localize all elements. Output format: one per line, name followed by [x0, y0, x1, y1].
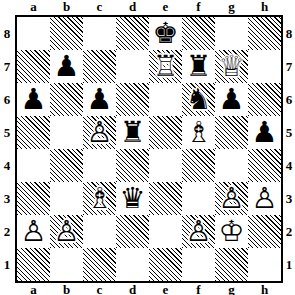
square-e7[interactable]: ♖ — [149, 50, 182, 83]
square-g8[interactable] — [215, 17, 248, 50]
square-a8[interactable] — [17, 17, 50, 50]
piece-black-pawn: ♟ — [21, 83, 47, 116]
square-e8[interactable]: ♚ — [149, 17, 182, 50]
rank-label-7-left: 7 — [0, 50, 14, 83]
square-b5[interactable] — [50, 116, 83, 149]
chess-board: ♚♟♖♜♕♟♟♞♟♙♜♗♟♗♛♙♙♙♙♙♔ — [15, 15, 283, 283]
rank-label-8-right: 8 — [282, 17, 295, 50]
file-label-a-top: a — [17, 0, 50, 14]
square-g1[interactable] — [215, 248, 248, 281]
square-c7[interactable] — [83, 50, 116, 83]
piece-black-queen: ♛ — [120, 182, 146, 215]
file-labels-bottom: abcdefgh — [17, 283, 281, 295]
rank-label-2-left: 2 — [0, 215, 14, 248]
square-c1[interactable] — [83, 248, 116, 281]
piece-white-pawn: ♙ — [219, 182, 245, 215]
square-d7[interactable] — [116, 50, 149, 83]
square-d6[interactable] — [116, 83, 149, 116]
rank-label-4-right: 4 — [282, 149, 295, 182]
piece-black-pawn: ♟ — [252, 116, 278, 149]
file-label-d-bottom: d — [116, 283, 149, 295]
rank-label-7-right: 7 — [282, 50, 295, 83]
piece-white-bishop: ♗ — [87, 182, 113, 215]
piece-black-knight: ♞ — [186, 83, 212, 116]
square-b1[interactable] — [50, 248, 83, 281]
square-f8[interactable] — [182, 17, 215, 50]
square-h7[interactable] — [248, 50, 281, 83]
square-h5[interactable]: ♟ — [248, 116, 281, 149]
rank-labels-right: 87654321 — [282, 17, 295, 281]
rank-label-5-right: 5 — [282, 116, 295, 149]
square-d1[interactable] — [116, 248, 149, 281]
piece-white-pawn: ♙ — [252, 182, 278, 215]
square-d3[interactable]: ♛ — [116, 182, 149, 215]
file-label-f-bottom: f — [182, 283, 215, 295]
piece-white-king: ♔ — [219, 215, 245, 248]
square-c2[interactable] — [83, 215, 116, 248]
square-f2[interactable]: ♙ — [182, 215, 215, 248]
square-e1[interactable] — [149, 248, 182, 281]
file-label-e-bottom: e — [149, 283, 182, 295]
square-a4[interactable] — [17, 149, 50, 182]
square-c5[interactable]: ♙ — [83, 116, 116, 149]
square-e5[interactable] — [149, 116, 182, 149]
square-f4[interactable] — [182, 149, 215, 182]
square-g2[interactable]: ♔ — [215, 215, 248, 248]
square-b6[interactable] — [50, 83, 83, 116]
rank-label-1-right: 1 — [282, 248, 295, 281]
rank-labels-left: 87654321 — [0, 17, 14, 281]
file-labels-top: abcdefgh — [17, 0, 281, 14]
rank-label-2-right: 2 — [282, 215, 295, 248]
piece-black-rook: ♜ — [186, 50, 212, 83]
square-a3[interactable] — [17, 182, 50, 215]
square-g4[interactable] — [215, 149, 248, 182]
piece-white-pawn: ♙ — [21, 215, 47, 248]
square-b7[interactable]: ♟ — [50, 50, 83, 83]
piece-black-pawn: ♟ — [87, 83, 113, 116]
square-a5[interactable] — [17, 116, 50, 149]
square-f6[interactable]: ♞ — [182, 83, 215, 116]
square-f7[interactable]: ♜ — [182, 50, 215, 83]
square-b4[interactable] — [50, 149, 83, 182]
square-f5[interactable]: ♗ — [182, 116, 215, 149]
square-a1[interactable] — [17, 248, 50, 281]
square-b3[interactable] — [50, 182, 83, 215]
piece-white-pawn: ♙ — [186, 215, 212, 248]
rank-label-6-left: 6 — [0, 83, 14, 116]
square-h6[interactable] — [248, 83, 281, 116]
piece-white-queen: ♕ — [219, 50, 245, 83]
file-label-a-bottom: a — [17, 283, 50, 295]
piece-white-rook: ♖ — [153, 50, 179, 83]
piece-black-pawn: ♟ — [219, 83, 245, 116]
square-d8[interactable] — [116, 17, 149, 50]
chess-diagram: abcdefgh abcdefgh 87654321 87654321 ♚♟♖♜… — [0, 0, 295, 295]
square-a6[interactable]: ♟ — [17, 83, 50, 116]
file-label-c-top: c — [83, 0, 116, 14]
file-label-b-bottom: b — [50, 283, 83, 295]
square-h1[interactable] — [248, 248, 281, 281]
piece-black-king: ♚ — [153, 17, 179, 50]
rank-label-4-left: 4 — [0, 149, 14, 182]
rank-label-8-left: 8 — [0, 17, 14, 50]
file-label-c-bottom: c — [83, 283, 116, 295]
square-h2[interactable] — [248, 215, 281, 248]
file-label-e-top: e — [149, 0, 182, 14]
rank-label-3-right: 3 — [282, 182, 295, 215]
file-label-b-top: b — [50, 0, 83, 14]
file-label-h-top: h — [248, 0, 281, 14]
rank-label-5-left: 5 — [0, 116, 14, 149]
rank-label-1-left: 1 — [0, 248, 14, 281]
piece-black-rook: ♜ — [120, 116, 146, 149]
square-h3[interactable]: ♙ — [248, 182, 281, 215]
square-a2[interactable]: ♙ — [17, 215, 50, 248]
file-label-h-bottom: h — [248, 283, 281, 295]
square-e6[interactable] — [149, 83, 182, 116]
file-label-f-top: f — [182, 0, 215, 14]
square-d2[interactable] — [116, 215, 149, 248]
square-c4[interactable] — [83, 149, 116, 182]
piece-white-pawn: ♙ — [87, 116, 113, 149]
piece-black-pawn: ♟ — [54, 50, 80, 83]
square-e2[interactable] — [149, 215, 182, 248]
square-h4[interactable] — [248, 149, 281, 182]
square-f1[interactable] — [182, 248, 215, 281]
square-g6[interactable]: ♟ — [215, 83, 248, 116]
file-label-g-top: g — [215, 0, 248, 14]
square-g5[interactable] — [215, 116, 248, 149]
square-b2[interactable]: ♙ — [50, 215, 83, 248]
piece-white-bishop: ♗ — [186, 116, 212, 149]
square-c3[interactable]: ♗ — [83, 182, 116, 215]
file-label-g-bottom: g — [215, 283, 248, 295]
square-b8[interactable] — [50, 17, 83, 50]
rank-label-3-left: 3 — [0, 182, 14, 215]
square-a7[interactable] — [17, 50, 50, 83]
piece-white-pawn: ♙ — [54, 215, 80, 248]
square-c8[interactable] — [83, 17, 116, 50]
square-e4[interactable] — [149, 149, 182, 182]
square-g7[interactable]: ♕ — [215, 50, 248, 83]
square-d4[interactable] — [116, 149, 149, 182]
square-c6[interactable]: ♟ — [83, 83, 116, 116]
square-f3[interactable] — [182, 182, 215, 215]
file-label-d-top: d — [116, 0, 149, 14]
square-d5[interactable]: ♜ — [116, 116, 149, 149]
square-e3[interactable] — [149, 182, 182, 215]
square-g3[interactable]: ♙ — [215, 182, 248, 215]
square-h8[interactable] — [248, 17, 281, 50]
rank-label-6-right: 6 — [282, 83, 295, 116]
